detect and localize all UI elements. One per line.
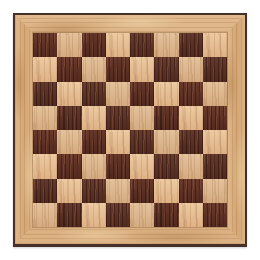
square-g2[interactable] <box>179 179 203 203</box>
square-d7[interactable] <box>106 57 130 81</box>
square-a2[interactable] <box>33 179 57 203</box>
board-squares <box>33 33 227 227</box>
square-c6[interactable] <box>82 82 106 106</box>
board-frame-left-rail <box>15 15 33 244</box>
square-d1[interactable] <box>106 203 130 227</box>
square-b5[interactable] <box>57 106 81 130</box>
square-f1[interactable] <box>154 203 178 227</box>
square-h8[interactable] <box>203 33 227 57</box>
square-e1[interactable] <box>130 203 154 227</box>
square-g8[interactable] <box>179 33 203 57</box>
square-b2[interactable] <box>57 179 81 203</box>
square-c1[interactable] <box>82 203 106 227</box>
square-a1[interactable] <box>33 203 57 227</box>
square-g4[interactable] <box>179 130 203 154</box>
square-a4[interactable] <box>33 130 57 154</box>
square-c4[interactable] <box>82 130 106 154</box>
square-f2[interactable] <box>154 179 178 203</box>
square-a3[interactable] <box>33 154 57 178</box>
square-h1[interactable] <box>203 203 227 227</box>
square-d2[interactable] <box>106 179 130 203</box>
square-b8[interactable] <box>57 33 81 57</box>
square-d6[interactable] <box>106 82 130 106</box>
square-g5[interactable] <box>179 106 203 130</box>
product-photo-stage <box>0 0 260 260</box>
square-e3[interactable] <box>130 154 154 178</box>
square-c8[interactable] <box>82 33 106 57</box>
square-d4[interactable] <box>106 130 130 154</box>
square-a7[interactable] <box>33 57 57 81</box>
square-f5[interactable] <box>154 106 178 130</box>
square-c3[interactable] <box>82 154 106 178</box>
square-c7[interactable] <box>82 57 106 81</box>
square-f7[interactable] <box>154 57 178 81</box>
square-f3[interactable] <box>154 154 178 178</box>
square-d8[interactable] <box>106 33 130 57</box>
square-h4[interactable] <box>203 130 227 154</box>
board-frame-right-rail <box>227 15 245 244</box>
square-c2[interactable] <box>82 179 106 203</box>
square-g7[interactable] <box>179 57 203 81</box>
square-a6[interactable] <box>33 82 57 106</box>
square-e7[interactable] <box>130 57 154 81</box>
square-b1[interactable] <box>57 203 81 227</box>
square-d3[interactable] <box>106 154 130 178</box>
square-b4[interactable] <box>57 130 81 154</box>
square-b3[interactable] <box>57 154 81 178</box>
square-f4[interactable] <box>154 130 178 154</box>
square-h5[interactable] <box>203 106 227 130</box>
square-e6[interactable] <box>130 82 154 106</box>
square-d5[interactable] <box>106 106 130 130</box>
square-h2[interactable] <box>203 179 227 203</box>
square-g3[interactable] <box>179 154 203 178</box>
square-g1[interactable] <box>179 203 203 227</box>
square-f6[interactable] <box>154 82 178 106</box>
square-e8[interactable] <box>130 33 154 57</box>
square-e5[interactable] <box>130 106 154 130</box>
square-g6[interactable] <box>179 82 203 106</box>
square-h6[interactable] <box>203 82 227 106</box>
chess-board <box>13 13 247 247</box>
square-h7[interactable] <box>203 57 227 81</box>
square-f8[interactable] <box>154 33 178 57</box>
square-b6[interactable] <box>57 82 81 106</box>
square-a8[interactable] <box>33 33 57 57</box>
square-h3[interactable] <box>203 154 227 178</box>
square-a5[interactable] <box>33 106 57 130</box>
square-b7[interactable] <box>57 57 81 81</box>
square-e4[interactable] <box>130 130 154 154</box>
square-e2[interactable] <box>130 179 154 203</box>
square-c5[interactable] <box>82 106 106 130</box>
